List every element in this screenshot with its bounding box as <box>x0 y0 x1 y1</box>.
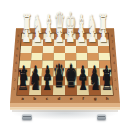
chess-set-photo: abcdefgh8877665544332211♜♞♝♛♚♝♞♜♟♟♟♟♟♟♟♟… <box>0 0 130 130</box>
front-edge-shadow <box>12 110 118 112</box>
white-pawn-piece[interactable]: ♟ <box>88 27 97 47</box>
black-knight-piece[interactable]: ♞ <box>89 63 101 96</box>
file-label-h: h <box>106 97 109 101</box>
black-bishop-piece[interactable]: ♝ <box>41 63 53 96</box>
rank-label-right-8: 8 <box>111 35 113 38</box>
rank-label-right-7: 7 <box>111 41 113 44</box>
file-label-b: b <box>33 97 36 101</box>
file-label-c: c <box>46 97 48 101</box>
metal-clasp-right-icon <box>97 114 107 120</box>
black-queen-piece[interactable]: ♛ <box>53 57 66 96</box>
rank-label-right-6: 6 <box>112 48 114 51</box>
rank-label-left-2: 2 <box>14 79 16 82</box>
black-king-piece[interactable]: ♚ <box>65 57 78 96</box>
rank-label-right-3: 3 <box>114 71 116 74</box>
black-knight-piece[interactable]: ♞ <box>29 63 41 96</box>
rank-label-right-4: 4 <box>113 63 115 66</box>
white-pawn-piece[interactable]: ♟ <box>77 27 86 47</box>
rank-label-left-8: 8 <box>17 35 19 38</box>
file-label-e: e <box>70 97 73 101</box>
black-bishop-piece[interactable]: ♝ <box>77 63 89 96</box>
white-pawn-piece[interactable]: ♟ <box>33 27 42 47</box>
rank-label-left-5: 5 <box>16 55 18 58</box>
file-label-f: f <box>82 97 84 101</box>
rank-label-left-7: 7 <box>17 41 19 44</box>
file-label-d: d <box>58 97 61 101</box>
rank-label-left-6: 6 <box>16 48 18 51</box>
white-pawn-piece[interactable]: ♟ <box>22 27 31 47</box>
file-label-g: g <box>94 97 97 101</box>
white-pawn-piece[interactable]: ♟ <box>44 27 53 47</box>
metal-clasp-left-icon <box>22 114 32 120</box>
black-rook-piece[interactable]: ♜ <box>17 63 29 96</box>
file-label-a: a <box>21 97 24 101</box>
white-pawn-piece[interactable]: ♟ <box>99 27 108 47</box>
rank-label-left-1: 1 <box>13 89 15 92</box>
white-pawn-piece[interactable]: ♟ <box>66 27 75 47</box>
black-rook-piece[interactable]: ♜ <box>101 63 113 96</box>
rank-label-right-5: 5 <box>112 55 114 58</box>
white-pawn-piece[interactable]: ♟ <box>55 27 64 47</box>
rank-label-right-2: 2 <box>114 79 116 82</box>
rank-label-right-1: 1 <box>115 89 117 92</box>
